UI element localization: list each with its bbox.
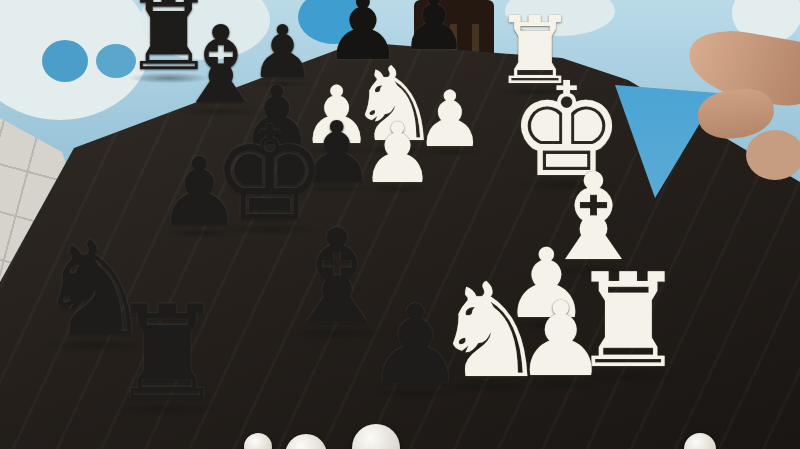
piece-black-rook-a7[interactable]: ♜ <box>109 288 226 418</box>
piece-black-pawn-d7[interactable]: ♟ <box>157 145 242 240</box>
player-arm-skin <box>746 130 800 180</box>
piece-black-pawn-a4[interactable]: ♟ <box>366 291 464 401</box>
photo-scene: 87654321hgfedcba ♜♞♝♜♟♚♟♟♝♟♟♟♟♞♟♞♟♟♜♝♚♜ … <box>0 0 800 449</box>
piece-white-pawn-e4[interactable]: ♟ <box>360 111 435 194</box>
blue-paint-blob <box>42 40 88 82</box>
